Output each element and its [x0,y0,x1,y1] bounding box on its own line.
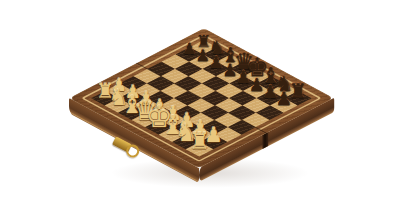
chess-set-photo: ♜♞♝♛♚♝♞♜♟♟♟♟♟♟♟♟♟♟♟♟♟♟♟♟♜♞♝♛♚♝♞♜ [0,0,400,210]
piece-white-rook: ♜ [182,130,217,153]
pieces-layer: ♜♞♝♛♚♝♞♜♟♟♟♟♟♟♟♟♟♟♟♟♟♟♟♟♜♞♝♛♚♝♞♜ [0,0,400,210]
piece-black-pawn: ♟ [270,90,298,109]
